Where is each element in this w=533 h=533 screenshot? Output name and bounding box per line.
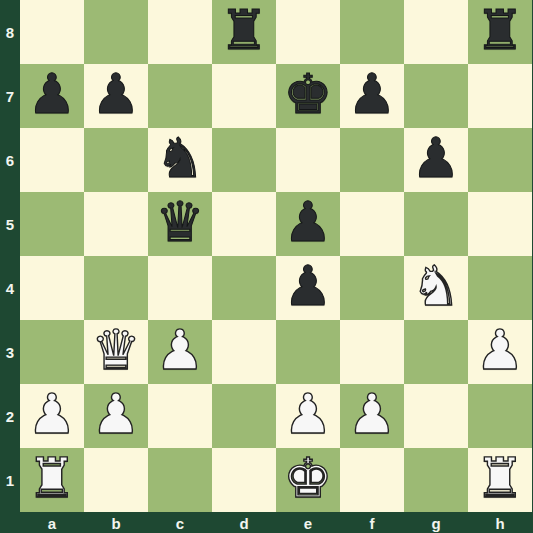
white-pawn[interactable]: ♟ bbox=[475, 318, 524, 382]
square-f3[interactable] bbox=[340, 320, 404, 384]
file-label-a: a bbox=[20, 512, 84, 533]
black-pawn[interactable]: ♟ bbox=[283, 254, 332, 318]
square-a1[interactable]: ♜ bbox=[20, 448, 84, 512]
square-b2[interactable]: ♟ bbox=[84, 384, 148, 448]
square-b3[interactable]: ♛ bbox=[84, 320, 148, 384]
square-b4[interactable] bbox=[84, 256, 148, 320]
rank-label-1: 1 bbox=[0, 448, 20, 512]
square-d4[interactable] bbox=[212, 256, 276, 320]
square-c2[interactable] bbox=[148, 384, 212, 448]
square-d8[interactable]: ♜ bbox=[212, 0, 276, 64]
square-f4[interactable] bbox=[340, 256, 404, 320]
square-h3[interactable]: ♟ bbox=[468, 320, 532, 384]
square-c5[interactable]: ♛ bbox=[148, 192, 212, 256]
square-d7[interactable] bbox=[212, 64, 276, 128]
square-h2[interactable] bbox=[468, 384, 532, 448]
square-g7[interactable] bbox=[404, 64, 468, 128]
white-king[interactable]: ♚ bbox=[283, 446, 332, 510]
black-pawn[interactable]: ♟ bbox=[347, 62, 396, 126]
square-f1[interactable] bbox=[340, 448, 404, 512]
square-h7[interactable] bbox=[468, 64, 532, 128]
square-h5[interactable] bbox=[468, 192, 532, 256]
square-a3[interactable] bbox=[20, 320, 84, 384]
file-label-e: e bbox=[276, 512, 340, 533]
rank-label-2: 2 bbox=[0, 384, 20, 448]
square-h8[interactable]: ♜ bbox=[468, 0, 532, 64]
rank-label-3: 3 bbox=[0, 320, 20, 384]
square-f7[interactable]: ♟ bbox=[340, 64, 404, 128]
square-f8[interactable] bbox=[340, 0, 404, 64]
square-b1[interactable] bbox=[84, 448, 148, 512]
square-c3[interactable]: ♟ bbox=[148, 320, 212, 384]
file-labels: abcdefgh bbox=[20, 512, 532, 533]
square-g6[interactable]: ♟ bbox=[404, 128, 468, 192]
white-queen[interactable]: ♛ bbox=[91, 318, 140, 382]
square-d3[interactable] bbox=[212, 320, 276, 384]
square-e8[interactable] bbox=[276, 0, 340, 64]
black-pawn[interactable]: ♟ bbox=[27, 62, 76, 126]
white-rook[interactable]: ♜ bbox=[475, 446, 524, 510]
square-c8[interactable] bbox=[148, 0, 212, 64]
square-c6[interactable]: ♞ bbox=[148, 128, 212, 192]
square-c7[interactable] bbox=[148, 64, 212, 128]
black-rook[interactable]: ♜ bbox=[219, 0, 268, 62]
square-b5[interactable] bbox=[84, 192, 148, 256]
white-knight[interactable]: ♞ bbox=[411, 254, 460, 318]
square-c1[interactable] bbox=[148, 448, 212, 512]
square-e1[interactable]: ♚ bbox=[276, 448, 340, 512]
white-pawn[interactable]: ♟ bbox=[347, 382, 396, 446]
square-g5[interactable] bbox=[404, 192, 468, 256]
rank-label-5: 5 bbox=[0, 192, 20, 256]
square-a5[interactable] bbox=[20, 192, 84, 256]
file-label-d: d bbox=[212, 512, 276, 533]
square-b6[interactable] bbox=[84, 128, 148, 192]
black-queen[interactable]: ♛ bbox=[155, 190, 204, 254]
black-pawn[interactable]: ♟ bbox=[91, 62, 140, 126]
square-h6[interactable] bbox=[468, 128, 532, 192]
square-c4[interactable] bbox=[148, 256, 212, 320]
white-pawn[interactable]: ♟ bbox=[283, 382, 332, 446]
black-king[interactable]: ♚ bbox=[283, 62, 332, 126]
square-f5[interactable] bbox=[340, 192, 404, 256]
square-a8[interactable] bbox=[20, 0, 84, 64]
chess-board[interactable]: ♜♜♟♟♚♟♞♟♛♟♟♞♛♟♟♟♟♟♟♜♚♜ bbox=[20, 0, 532, 512]
white-pawn[interactable]: ♟ bbox=[91, 382, 140, 446]
square-a6[interactable] bbox=[20, 128, 84, 192]
rank-label-7: 7 bbox=[0, 64, 20, 128]
file-label-c: c bbox=[148, 512, 212, 533]
square-h4[interactable] bbox=[468, 256, 532, 320]
square-g4[interactable]: ♞ bbox=[404, 256, 468, 320]
file-label-h: h bbox=[468, 512, 532, 533]
square-b8[interactable] bbox=[84, 0, 148, 64]
square-a4[interactable] bbox=[20, 256, 84, 320]
square-g2[interactable] bbox=[404, 384, 468, 448]
black-knight[interactable]: ♞ bbox=[155, 126, 204, 190]
rank-label-8: 8 bbox=[0, 0, 20, 64]
square-e6[interactable] bbox=[276, 128, 340, 192]
rank-labels: 87654321 bbox=[0, 0, 20, 512]
chessboard-frame: 87654321 ♜♜♟♟♚♟♞♟♛♟♟♞♛♟♟♟♟♟♟♜♚♜ abcdefgh bbox=[0, 0, 533, 533]
white-rook[interactable]: ♜ bbox=[27, 446, 76, 510]
black-pawn[interactable]: ♟ bbox=[283, 190, 332, 254]
rank-label-6: 6 bbox=[0, 128, 20, 192]
rank-label-4: 4 bbox=[0, 256, 20, 320]
square-e5[interactable]: ♟ bbox=[276, 192, 340, 256]
square-f6[interactable] bbox=[340, 128, 404, 192]
square-e3[interactable] bbox=[276, 320, 340, 384]
black-rook[interactable]: ♜ bbox=[475, 0, 524, 62]
file-label-f: f bbox=[340, 512, 404, 533]
square-d6[interactable] bbox=[212, 128, 276, 192]
black-pawn[interactable]: ♟ bbox=[411, 126, 460, 190]
square-e2[interactable]: ♟ bbox=[276, 384, 340, 448]
square-d5[interactable] bbox=[212, 192, 276, 256]
square-h1[interactable]: ♜ bbox=[468, 448, 532, 512]
square-g8[interactable] bbox=[404, 0, 468, 64]
square-g3[interactable] bbox=[404, 320, 468, 384]
square-f2[interactable]: ♟ bbox=[340, 384, 404, 448]
square-a7[interactable]: ♟ bbox=[20, 64, 84, 128]
square-d2[interactable] bbox=[212, 384, 276, 448]
square-d1[interactable] bbox=[212, 448, 276, 512]
file-label-g: g bbox=[404, 512, 468, 533]
square-b7[interactable]: ♟ bbox=[84, 64, 148, 128]
white-pawn[interactable]: ♟ bbox=[155, 318, 204, 382]
square-e7[interactable]: ♚ bbox=[276, 64, 340, 128]
square-g1[interactable] bbox=[404, 448, 468, 512]
white-pawn[interactable]: ♟ bbox=[27, 382, 76, 446]
square-a2[interactable]: ♟ bbox=[20, 384, 84, 448]
file-label-b: b bbox=[84, 512, 148, 533]
square-e4[interactable]: ♟ bbox=[276, 256, 340, 320]
